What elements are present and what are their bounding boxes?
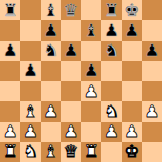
piece-black-knight[interactable]: ♞︎ bbox=[104, 42, 119, 59]
piece-black-knight[interactable]: ♞︎ bbox=[43, 42, 58, 59]
square-a8[interactable]: ♜︎ bbox=[0, 0, 20, 20]
chess-board: ♜︎♝︎♛︎♜︎♚︎♟︎♝︎♟︎♟︎♟︎♞︎♟︎♞︎♟︎♟︎♟︎♟︎♝︎♟︎♞︎… bbox=[0, 0, 162, 162]
piece-white-pawn[interactable]: ♟︎ bbox=[43, 102, 58, 119]
square-g1[interactable]: ♚︎ bbox=[122, 142, 142, 162]
piece-white-knight[interactable]: ♞︎ bbox=[104, 102, 119, 119]
piece-white-queen[interactable]: ♛︎ bbox=[63, 143, 78, 160]
square-d4[interactable] bbox=[61, 81, 81, 101]
square-h5[interactable] bbox=[142, 61, 162, 81]
square-d1[interactable]: ♛︎ bbox=[61, 142, 81, 162]
piece-black-pawn[interactable]: ♟︎ bbox=[144, 42, 159, 59]
square-b5[interactable]: ♟︎ bbox=[20, 61, 40, 81]
square-e2[interactable] bbox=[81, 122, 101, 142]
square-d6[interactable]: ♟︎ bbox=[61, 41, 81, 61]
piece-white-rook[interactable]: ♜︎ bbox=[3, 143, 18, 160]
piece-black-rook[interactable]: ♜︎ bbox=[3, 1, 18, 18]
square-e4[interactable]: ♟︎ bbox=[81, 81, 101, 101]
square-f3[interactable]: ♞︎ bbox=[101, 101, 121, 121]
piece-white-pawn[interactable]: ♟︎ bbox=[144, 102, 159, 119]
square-e3[interactable] bbox=[81, 101, 101, 121]
square-b4[interactable] bbox=[20, 81, 40, 101]
piece-white-pawn[interactable]: ♟︎ bbox=[84, 82, 99, 99]
square-b6[interactable] bbox=[20, 41, 40, 61]
piece-black-bishop[interactable]: ♝︎ bbox=[43, 1, 58, 18]
square-h3[interactable]: ♟︎ bbox=[142, 101, 162, 121]
square-h8[interactable] bbox=[142, 0, 162, 20]
square-f6[interactable]: ♞︎ bbox=[101, 41, 121, 61]
square-e7[interactable]: ♝︎ bbox=[81, 20, 101, 40]
square-d7[interactable] bbox=[61, 20, 81, 40]
square-a6[interactable]: ♟︎ bbox=[0, 41, 20, 61]
square-g5[interactable] bbox=[122, 61, 142, 81]
square-f4[interactable] bbox=[101, 81, 121, 101]
square-g6[interactable] bbox=[122, 41, 142, 61]
piece-white-king[interactable]: ♚︎ bbox=[124, 143, 139, 160]
square-g8[interactable]: ♚︎ bbox=[122, 0, 142, 20]
square-f5[interactable] bbox=[101, 61, 121, 81]
square-g2[interactable]: ♟︎ bbox=[122, 122, 142, 142]
square-a2[interactable]: ♟︎ bbox=[0, 122, 20, 142]
square-c4[interactable] bbox=[41, 81, 61, 101]
square-c2[interactable] bbox=[41, 122, 61, 142]
piece-black-pawn[interactable]: ♟︎ bbox=[84, 62, 99, 79]
piece-white-pawn[interactable]: ♟︎ bbox=[63, 123, 78, 140]
square-a5[interactable] bbox=[0, 61, 20, 81]
square-f7[interactable]: ♟︎ bbox=[101, 20, 121, 40]
piece-white-bishop[interactable]: ♝︎ bbox=[43, 143, 58, 160]
square-h1[interactable] bbox=[142, 142, 162, 162]
square-c7[interactable]: ♟︎ bbox=[41, 20, 61, 40]
piece-black-queen[interactable]: ♛︎ bbox=[63, 1, 78, 18]
square-e6[interactable] bbox=[81, 41, 101, 61]
square-c1[interactable]: ♝︎ bbox=[41, 142, 61, 162]
square-f1[interactable] bbox=[101, 142, 121, 162]
square-h4[interactable] bbox=[142, 81, 162, 101]
square-g4[interactable] bbox=[122, 81, 142, 101]
square-c8[interactable]: ♝︎ bbox=[41, 0, 61, 20]
square-d2[interactable]: ♟︎ bbox=[61, 122, 81, 142]
square-b2[interactable]: ♟︎ bbox=[20, 122, 40, 142]
square-f2[interactable]: ♟︎ bbox=[101, 122, 121, 142]
square-g7[interactable]: ♟︎ bbox=[122, 20, 142, 40]
square-h6[interactable]: ♟︎ bbox=[142, 41, 162, 61]
square-b7[interactable] bbox=[20, 20, 40, 40]
square-f8[interactable]: ♜︎ bbox=[101, 0, 121, 20]
piece-black-pawn[interactable]: ♟︎ bbox=[63, 42, 78, 59]
square-a7[interactable] bbox=[0, 20, 20, 40]
square-d8[interactable]: ♛︎ bbox=[61, 0, 81, 20]
square-a1[interactable]: ♜︎ bbox=[0, 142, 20, 162]
square-b3[interactable]: ♝︎ bbox=[20, 101, 40, 121]
square-b1[interactable]: ♞︎ bbox=[20, 142, 40, 162]
square-d3[interactable] bbox=[61, 101, 81, 121]
piece-black-bishop[interactable]: ♝︎ bbox=[84, 21, 99, 38]
square-a3[interactable] bbox=[0, 101, 20, 121]
piece-black-king[interactable]: ♚︎ bbox=[124, 1, 139, 18]
piece-black-pawn[interactable]: ♟︎ bbox=[23, 62, 38, 79]
square-c6[interactable]: ♞︎ bbox=[41, 41, 61, 61]
square-b8[interactable] bbox=[20, 0, 40, 20]
square-h7[interactable] bbox=[142, 20, 162, 40]
piece-black-pawn[interactable]: ♟︎ bbox=[3, 42, 18, 59]
square-c5[interactable] bbox=[41, 61, 61, 81]
square-h2[interactable] bbox=[142, 122, 162, 142]
square-g3[interactable] bbox=[122, 101, 142, 121]
square-e8[interactable] bbox=[81, 0, 101, 20]
piece-black-rook[interactable]: ♜︎ bbox=[104, 1, 119, 18]
piece-black-pawn[interactable]: ♟︎ bbox=[104, 21, 119, 38]
piece-white-pawn[interactable]: ♟︎ bbox=[104, 123, 119, 140]
piece-white-bishop[interactable]: ♝︎ bbox=[23, 102, 38, 119]
piece-white-knight[interactable]: ♞︎ bbox=[23, 143, 38, 160]
piece-black-pawn[interactable]: ♟︎ bbox=[43, 21, 58, 38]
square-e1[interactable]: ♜︎ bbox=[81, 142, 101, 162]
piece-white-rook[interactable]: ♜︎ bbox=[84, 143, 99, 160]
square-e5[interactable]: ♟︎ bbox=[81, 61, 101, 81]
piece-white-pawn[interactable]: ♟︎ bbox=[3, 123, 18, 140]
piece-black-pawn[interactable]: ♟︎ bbox=[124, 21, 139, 38]
square-a4[interactable] bbox=[0, 81, 20, 101]
square-d5[interactable] bbox=[61, 61, 81, 81]
piece-white-pawn[interactable]: ♟︎ bbox=[23, 123, 38, 140]
square-c3[interactable]: ♟︎ bbox=[41, 101, 61, 121]
piece-white-pawn[interactable]: ♟︎ bbox=[124, 123, 139, 140]
